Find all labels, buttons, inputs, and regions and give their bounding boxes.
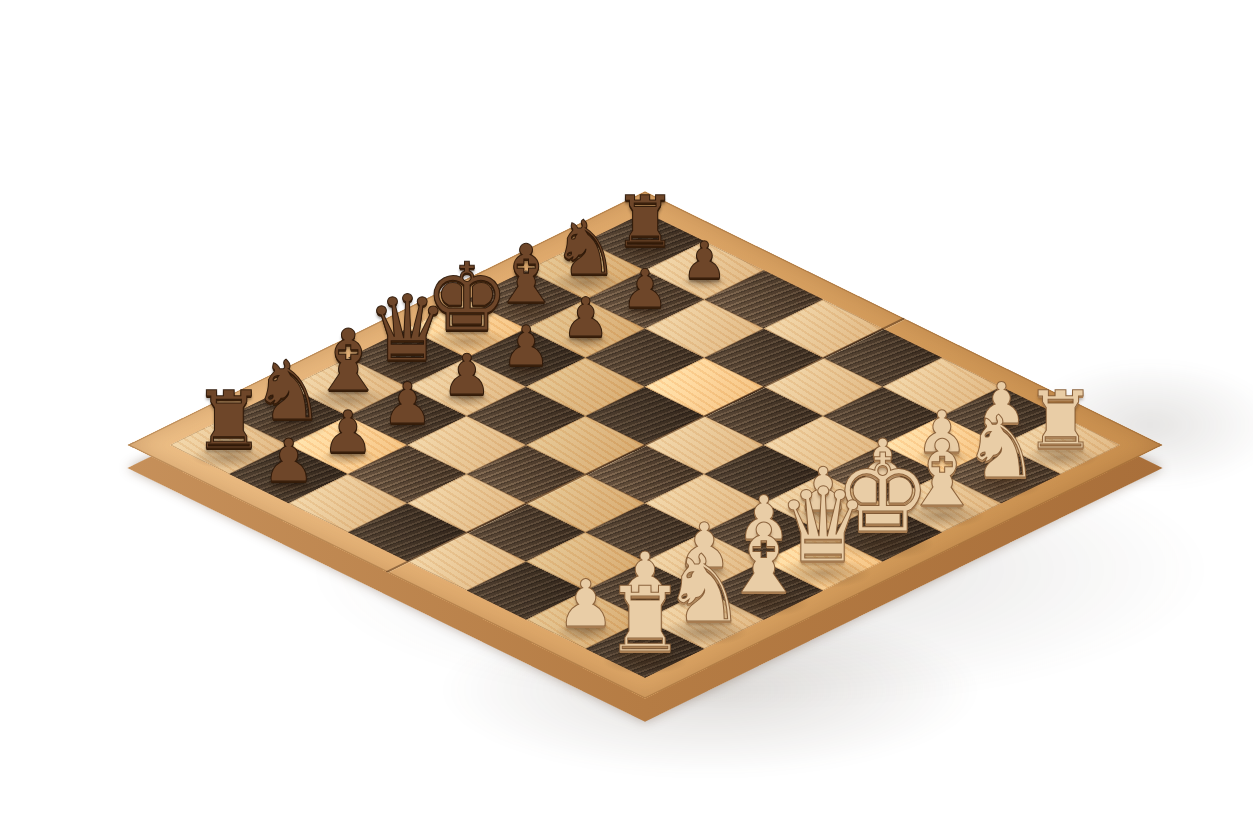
black-pawn[interactable]: ♟ [682, 235, 728, 286]
black-pawn[interactable]: ♟ [322, 403, 374, 461]
black-pawn[interactable]: ♟ [621, 262, 669, 315]
black-rook[interactable]: ♜ [614, 187, 677, 257]
black-pawn[interactable]: ♟ [561, 291, 609, 345]
black-rook[interactable]: ♜ [193, 381, 265, 461]
photo-scene: ♜♞♝♛♚♝♞♜♟♟♟♟♟♟♟♟♟♟♟♟♟♟♟♟♜♞♝♛♚♝♞♜ Standar… [0, 0, 1253, 836]
black-pawn[interactable]: ♟ [442, 347, 492, 403]
piece-layer: ♜♞♝♛♚♝♞♜♟♟♟♟♟♟♟♟♟♟♟♟♟♟♟♟♜♞♝♛♚♝♞♜ [0, 0, 1253, 836]
black-pawn[interactable]: ♟ [262, 431, 315, 490]
black-pawn[interactable]: ♟ [502, 319, 551, 374]
white-rook[interactable]: ♜ [605, 575, 686, 665]
black-pawn[interactable]: ♟ [382, 375, 433, 432]
